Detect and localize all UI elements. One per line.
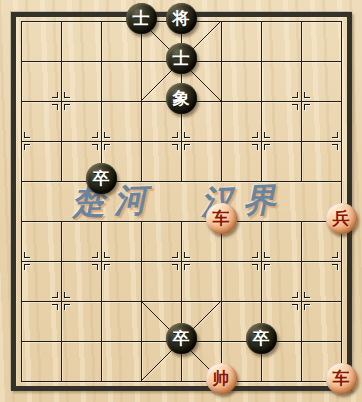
- point-marker: [104, 252, 110, 258]
- point-marker: [92, 132, 98, 138]
- piece-red-soldier-1[interactable]: 兵: [326, 203, 357, 234]
- point-marker: [304, 104, 310, 110]
- point-marker: [184, 252, 190, 258]
- point-marker: [264, 144, 270, 150]
- xiangqi-board: 楚河 汉界 士将士象卒车兵卒卒帅车: [0, 0, 362, 402]
- point-marker: [104, 264, 110, 270]
- point-marker: [184, 264, 190, 270]
- point-marker: [252, 252, 258, 258]
- piece-black-advisor-2[interactable]: 士: [166, 43, 197, 74]
- point-marker: [172, 252, 178, 258]
- point-marker: [24, 252, 30, 258]
- piece-black-advisor-1[interactable]: 士: [126, 3, 157, 34]
- point-marker: [292, 292, 298, 298]
- point-marker: [92, 252, 98, 258]
- point-marker: [172, 132, 178, 138]
- point-marker: [172, 264, 178, 270]
- point-marker: [24, 144, 30, 150]
- piece-red-general[interactable]: 帅: [206, 363, 237, 394]
- piece-black-soldier-2[interactable]: 卒: [166, 323, 197, 354]
- point-marker: [264, 264, 270, 270]
- point-marker: [304, 292, 310, 298]
- piece-black-elephant-1[interactable]: 象: [166, 83, 197, 114]
- point-marker: [264, 252, 270, 258]
- point-marker: [332, 264, 338, 270]
- point-marker: [304, 92, 310, 98]
- point-marker: [104, 144, 110, 150]
- point-marker: [292, 304, 298, 310]
- point-marker: [92, 264, 98, 270]
- point-marker: [52, 104, 58, 110]
- point-marker: [252, 132, 258, 138]
- point-marker: [52, 92, 58, 98]
- point-marker: [64, 104, 70, 110]
- point-marker: [184, 144, 190, 150]
- point-marker: [64, 92, 70, 98]
- point-marker: [184, 132, 190, 138]
- point-marker: [332, 144, 338, 150]
- point-marker: [264, 132, 270, 138]
- point-marker: [332, 132, 338, 138]
- point-marker: [92, 144, 98, 150]
- point-marker: [252, 144, 258, 150]
- point-marker: [52, 292, 58, 298]
- point-marker: [292, 92, 298, 98]
- point-marker: [172, 144, 178, 150]
- point-marker: [304, 304, 310, 310]
- piece-black-soldier-3[interactable]: 卒: [246, 323, 277, 354]
- point-marker: [64, 292, 70, 298]
- piece-red-chariot-2[interactable]: 车: [326, 363, 357, 394]
- point-marker: [292, 104, 298, 110]
- piece-black-general[interactable]: 将: [166, 3, 197, 34]
- point-marker: [104, 132, 110, 138]
- piece-black-soldier-1[interactable]: 卒: [86, 163, 117, 194]
- point-marker: [52, 304, 58, 310]
- point-marker: [24, 264, 30, 270]
- point-marker: [332, 252, 338, 258]
- point-marker: [64, 304, 70, 310]
- point-marker: [24, 132, 30, 138]
- piece-red-chariot-1[interactable]: 车: [206, 203, 237, 234]
- point-marker: [252, 264, 258, 270]
